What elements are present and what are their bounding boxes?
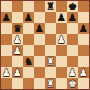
square-c8[interactable] [23, 1, 34, 12]
square-g7[interactable]: ♟ [67, 12, 78, 23]
square-d6[interactable]: ♟ [34, 23, 45, 34]
piece-black-pawn[interactable]: ♟ [57, 12, 66, 23]
square-g5[interactable] [67, 34, 78, 45]
chess-board: ♜♚♟♟♟♟♛♟♟♟♟♟♞♜♟♟♟♟♜♚ [1, 1, 89, 89]
square-h6[interactable]: ♟ [78, 23, 89, 34]
square-h4[interactable] [78, 45, 89, 56]
square-b2[interactable]: ♟ [12, 67, 23, 78]
square-b5[interactable]: ♟ [12, 34, 23, 45]
piece-black-knight[interactable]: ♞ [24, 56, 33, 67]
square-d1[interactable] [34, 78, 45, 89]
square-a7[interactable]: ♟ [1, 12, 12, 23]
square-g6[interactable] [67, 23, 78, 34]
square-c1[interactable] [23, 78, 34, 89]
piece-white-rook[interactable]: ♜ [46, 78, 55, 89]
square-b8[interactable] [12, 1, 23, 12]
square-a6[interactable] [1, 23, 12, 34]
square-g3[interactable] [67, 56, 78, 67]
piece-black-king[interactable]: ♚ [68, 1, 77, 12]
piece-black-pawn[interactable]: ♟ [68, 12, 77, 23]
piece-black-pawn[interactable]: ♟ [24, 12, 33, 23]
square-a3[interactable] [1, 56, 12, 67]
square-f7[interactable]: ♟ [56, 12, 67, 23]
square-f2[interactable] [56, 67, 67, 78]
piece-white-pawn[interactable]: ♟ [13, 34, 22, 45]
square-g2[interactable]: ♟ [67, 67, 78, 78]
square-f3[interactable] [56, 56, 67, 67]
square-c6[interactable] [23, 23, 34, 34]
square-h3[interactable] [78, 56, 89, 67]
square-h2[interactable]: ♟ [78, 67, 89, 78]
square-h7[interactable] [78, 12, 89, 23]
square-f5[interactable]: ♟ [56, 34, 67, 45]
square-b6[interactable]: ♛ [12, 23, 23, 34]
square-d7[interactable] [34, 12, 45, 23]
square-e1[interactable]: ♜ [45, 78, 56, 89]
piece-black-pawn[interactable]: ♟ [79, 23, 88, 34]
square-d8[interactable] [34, 1, 45, 12]
piece-black-queen[interactable]: ♛ [13, 23, 22, 34]
square-a4[interactable] [1, 45, 12, 56]
square-d2[interactable] [34, 67, 45, 78]
square-d3[interactable] [34, 56, 45, 67]
square-d5[interactable] [34, 34, 45, 45]
square-f8[interactable] [56, 1, 67, 12]
square-e7[interactable] [45, 12, 56, 23]
piece-white-pawn[interactable]: ♟ [2, 67, 11, 78]
square-b3[interactable] [12, 56, 23, 67]
square-g8[interactable]: ♚ [67, 1, 78, 12]
square-b7[interactable] [12, 12, 23, 23]
piece-white-pawn[interactable]: ♟ [57, 34, 66, 45]
square-b4[interactable]: ♟ [12, 45, 23, 56]
square-e2[interactable] [45, 67, 56, 78]
square-f6[interactable] [56, 23, 67, 34]
square-c5[interactable] [23, 34, 34, 45]
piece-black-pawn[interactable]: ♟ [35, 23, 44, 34]
piece-white-pawn[interactable]: ♟ [79, 67, 88, 78]
square-g1[interactable]: ♚ [67, 78, 78, 89]
piece-white-pawn[interactable]: ♟ [68, 67, 77, 78]
square-c2[interactable] [23, 67, 34, 78]
square-h8[interactable] [78, 1, 89, 12]
square-e4[interactable] [45, 45, 56, 56]
piece-black-rook[interactable]: ♜ [46, 1, 55, 12]
piece-white-pawn[interactable]: ♟ [13, 67, 22, 78]
piece-white-rook[interactable]: ♜ [46, 56, 55, 67]
square-a1[interactable] [1, 78, 12, 89]
chess-board-frame: ♜♚♟♟♟♟♛♟♟♟♟♟♞♜♟♟♟♟♜♚ [0, 0, 90, 90]
square-e6[interactable] [45, 23, 56, 34]
square-c4[interactable] [23, 45, 34, 56]
square-d4[interactable] [34, 45, 45, 56]
square-f4[interactable] [56, 45, 67, 56]
square-h5[interactable] [78, 34, 89, 45]
square-e5[interactable] [45, 34, 56, 45]
square-a8[interactable] [1, 1, 12, 12]
square-e3[interactable]: ♜ [45, 56, 56, 67]
square-a2[interactable]: ♟ [1, 67, 12, 78]
square-c7[interactable]: ♟ [23, 12, 34, 23]
square-h1[interactable] [78, 78, 89, 89]
square-c3[interactable]: ♞ [23, 56, 34, 67]
square-g4[interactable] [67, 45, 78, 56]
square-b1[interactable] [12, 78, 23, 89]
piece-black-pawn[interactable]: ♟ [2, 12, 11, 23]
square-f1[interactable] [56, 78, 67, 89]
square-a5[interactable] [1, 34, 12, 45]
square-e8[interactable]: ♜ [45, 1, 56, 12]
piece-white-king[interactable]: ♚ [68, 78, 77, 89]
piece-white-pawn[interactable]: ♟ [13, 45, 22, 56]
